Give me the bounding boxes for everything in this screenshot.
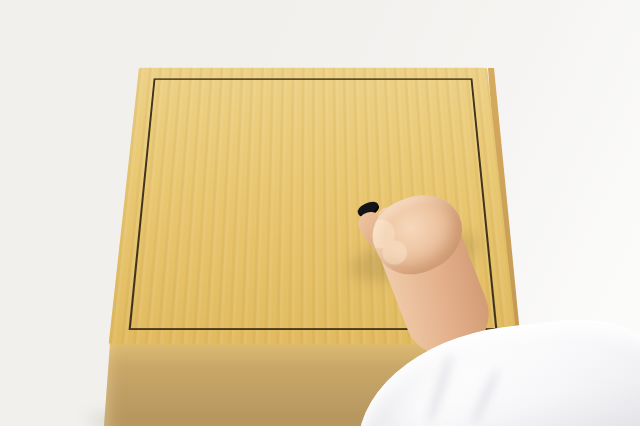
gungi-board-photo <box>0 0 640 426</box>
